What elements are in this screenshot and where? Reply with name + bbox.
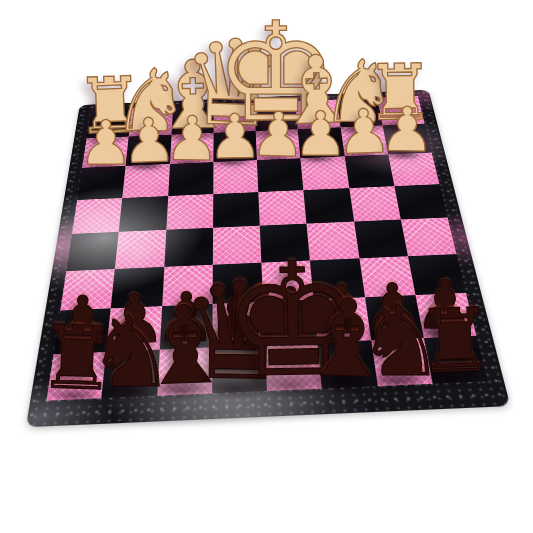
square-3-7[interactable] — [394, 184, 447, 220]
square-3-6[interactable] — [349, 186, 401, 222]
light-pawn[interactable]: ♟ — [379, 98, 435, 160]
square-4-7[interactable] — [401, 217, 457, 255]
square-3-5[interactable] — [304, 188, 354, 224]
square-3-4[interactable] — [258, 190, 306, 226]
square-3-1[interactable] — [119, 196, 168, 232]
square-3-3[interactable] — [213, 192, 260, 228]
square-4-1[interactable] — [115, 230, 166, 269]
square-3-2[interactable] — [166, 194, 213, 230]
photo-stage: ♜♞♝♛♚♝♞♜♟♟♟♟♟♟♟♟♟♟♟♟♟♟♟♟♜♞♝♛♚♝♞♜ — [0, 0, 533, 533]
square-4-0[interactable] — [66, 232, 119, 271]
dark-rook[interactable]: ♜ — [414, 297, 496, 387]
square-3-0[interactable] — [72, 198, 123, 234]
